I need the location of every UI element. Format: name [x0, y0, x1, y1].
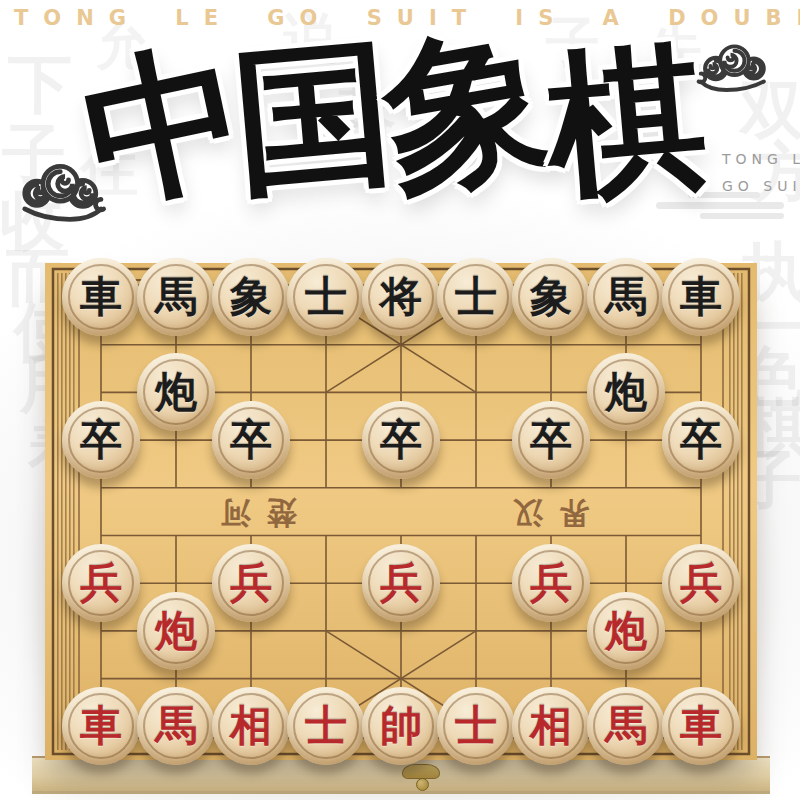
piece-character: 車: [680, 705, 722, 747]
piece-character: 兵: [530, 562, 572, 604]
title-char: 棋: [541, 35, 712, 206]
piece-character: 象: [530, 276, 572, 318]
brand-line: TONG LE: [722, 146, 800, 173]
brand-text: TONG LE GO SUIT: [722, 146, 800, 199]
piece-将-black[interactable]: 将: [362, 258, 440, 336]
piece-character: 兵: [80, 562, 122, 604]
piece-士-black[interactable]: 士: [437, 258, 515, 336]
watermark-character: 下: [8, 52, 72, 116]
piece-character: 馬: [155, 276, 197, 318]
piece-兵-red[interactable]: 兵: [212, 544, 290, 622]
piece-character: 炮: [605, 371, 647, 413]
piece-兵-red[interactable]: 兵: [512, 544, 590, 622]
piece-卒-black[interactable]: 卒: [512, 401, 590, 479]
piece-character: 相: [530, 705, 572, 747]
piece-士-red[interactable]: 士: [437, 687, 515, 765]
piece-character: 車: [80, 276, 122, 318]
piece-character: 士: [455, 276, 497, 318]
auspicious-cloud-icon: [10, 154, 114, 224]
piece-character: 車: [680, 276, 722, 318]
page-title: 中 国 象 棋: [84, 22, 744, 207]
piece-layer: 車馬象士将士象馬車炮炮卒卒卒卒卒兵兵兵兵兵炮炮車馬相士帥士相馬車: [45, 263, 757, 760]
piece-character: 炮: [155, 610, 197, 652]
piece-character: 士: [305, 276, 347, 318]
piece-character: 炮: [155, 371, 197, 413]
xiangqi-board[interactable]: 楚河 界汉 40° 规格 車馬象士将士象馬車炮炮卒卒卒卒卒兵兵兵兵兵炮炮車馬相士…: [45, 263, 757, 760]
piece-馬-black[interactable]: 馬: [137, 258, 215, 336]
piece-character: 炮: [605, 610, 647, 652]
piece-character: 卒: [380, 419, 422, 461]
piece-兵-red[interactable]: 兵: [62, 544, 140, 622]
piece-馬-red[interactable]: 馬: [137, 687, 215, 765]
piece-卒-black[interactable]: 卒: [62, 401, 140, 479]
piece-character: 相: [230, 705, 272, 747]
piece-車-black[interactable]: 車: [662, 258, 740, 336]
piece-character: 馬: [605, 705, 647, 747]
brand-line: GO SUIT: [722, 173, 800, 200]
piece-象-black[interactable]: 象: [212, 258, 290, 336]
piece-卒-black[interactable]: 卒: [362, 401, 440, 479]
piece-帥-red[interactable]: 帥: [362, 687, 440, 765]
piece-相-red[interactable]: 相: [512, 687, 590, 765]
piece-馬-black[interactable]: 馬: [587, 258, 665, 336]
auspicious-cloud-icon: [690, 36, 776, 94]
piece-character: 卒: [680, 419, 722, 461]
title-char: 象: [372, 15, 563, 206]
piece-character: 士: [455, 705, 497, 747]
piece-車-red[interactable]: 車: [62, 687, 140, 765]
piece-character: 馬: [605, 276, 647, 318]
title-char: 国: [228, 31, 399, 202]
piece-車-black[interactable]: 車: [62, 258, 140, 336]
piece-卒-black[interactable]: 卒: [212, 401, 290, 479]
piece-馬-red[interactable]: 馬: [587, 687, 665, 765]
piece-象-black[interactable]: 象: [512, 258, 590, 336]
piece-兵-red[interactable]: 兵: [662, 544, 740, 622]
piece-炮-black[interactable]: 炮: [587, 353, 665, 431]
piece-character: 帥: [380, 705, 422, 747]
piece-車-red[interactable]: 車: [662, 687, 740, 765]
piece-character: 卒: [530, 419, 572, 461]
piece-相-red[interactable]: 相: [212, 687, 290, 765]
piece-character: 将: [380, 276, 422, 318]
brass-clasp-icon: [402, 764, 440, 779]
piece-character: 兵: [380, 562, 422, 604]
piece-卒-black[interactable]: 卒: [662, 401, 740, 479]
piece-炮-red[interactable]: 炮: [587, 592, 665, 670]
piece-士-black[interactable]: 士: [287, 258, 365, 336]
piece-character: 兵: [230, 562, 272, 604]
cloud-line: [700, 213, 784, 219]
piece-炮-red[interactable]: 炮: [137, 592, 215, 670]
piece-兵-red[interactable]: 兵: [362, 544, 440, 622]
piece-炮-black[interactable]: 炮: [137, 353, 215, 431]
piece-character: 馬: [155, 705, 197, 747]
piece-character: 象: [230, 276, 272, 318]
piece-character: 卒: [230, 419, 272, 461]
piece-character: 車: [80, 705, 122, 747]
piece-character: 士: [305, 705, 347, 747]
piece-士-red[interactable]: 士: [287, 687, 365, 765]
piece-character: 卒: [80, 419, 122, 461]
piece-character: 兵: [680, 562, 722, 604]
